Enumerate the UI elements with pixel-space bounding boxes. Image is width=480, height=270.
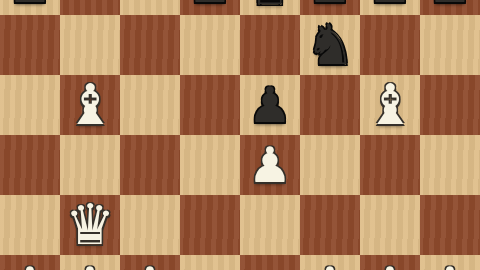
piece-white-pawn-e4[interactable]: ♟ [240, 135, 300, 195]
square-b6[interactable] [60, 15, 120, 75]
square-f2[interactable]: ♟ [300, 255, 360, 270]
square-b5[interactable]: ♝ [60, 75, 120, 135]
piece-white-queen-b3[interactable]: ♛ [60, 195, 120, 255]
piece-white-pawn-b2[interactable]: ♟ [60, 255, 120, 270]
square-a6[interactable] [0, 15, 60, 75]
square-h6[interactable] [420, 15, 480, 75]
square-g2[interactable]: ♟ [360, 255, 420, 270]
square-h4[interactable] [420, 135, 480, 195]
square-b7[interactable] [60, 0, 120, 15]
chess-board-viewport: ♟♟♛♟♟♟♞♝♟♝♟♛♟♟♟♟♟♟ [0, 0, 480, 270]
square-e2[interactable] [240, 255, 300, 270]
piece-white-pawn-c2[interactable]: ♟ [120, 255, 180, 270]
piece-white-pawn-h2[interactable]: ♟ [420, 255, 480, 270]
square-c6[interactable] [120, 15, 180, 75]
square-c4[interactable] [120, 135, 180, 195]
square-c2[interactable]: ♟ [120, 255, 180, 270]
square-h3[interactable] [420, 195, 480, 255]
square-e3[interactable] [240, 195, 300, 255]
square-f4[interactable] [300, 135, 360, 195]
piece-white-pawn-a2[interactable]: ♟ [0, 255, 60, 270]
piece-black-pawn-g7[interactable]: ♟ [360, 0, 420, 15]
square-g5[interactable]: ♝ [360, 75, 420, 135]
square-e7[interactable]: ♛ [240, 0, 300, 15]
piece-black-pawn-h7[interactable]: ♟ [420, 0, 480, 15]
square-h5[interactable] [420, 75, 480, 135]
square-d6[interactable] [180, 15, 240, 75]
square-g4[interactable] [360, 135, 420, 195]
square-a4[interactable] [0, 135, 60, 195]
square-d5[interactable] [180, 75, 240, 135]
square-h2[interactable]: ♟ [420, 255, 480, 270]
square-d7[interactable]: ♟ [180, 0, 240, 15]
square-a2[interactable]: ♟ [0, 255, 60, 270]
square-g7[interactable]: ♟ [360, 0, 420, 15]
square-e5[interactable]: ♟ [240, 75, 300, 135]
square-c5[interactable] [120, 75, 180, 135]
piece-black-queen-e7[interactable]: ♛ [240, 0, 300, 15]
square-b3[interactable]: ♛ [60, 195, 120, 255]
square-b2[interactable]: ♟ [60, 255, 120, 270]
piece-white-bishop-b5[interactable]: ♝ [60, 75, 120, 135]
square-d2[interactable] [180, 255, 240, 270]
chess-board: ♟♟♛♟♟♟♞♝♟♝♟♛♟♟♟♟♟♟ [0, 0, 480, 270]
piece-white-pawn-g2[interactable]: ♟ [360, 255, 420, 270]
square-a3[interactable] [0, 195, 60, 255]
piece-black-pawn-a7[interactable]: ♟ [0, 0, 60, 15]
square-h7[interactable]: ♟ [420, 0, 480, 15]
square-d3[interactable] [180, 195, 240, 255]
square-c3[interactable] [120, 195, 180, 255]
piece-black-pawn-e5[interactable]: ♟ [240, 75, 300, 135]
square-b4[interactable] [60, 135, 120, 195]
square-e6[interactable] [240, 15, 300, 75]
square-a7[interactable]: ♟ [0, 0, 60, 15]
piece-white-pawn-f2[interactable]: ♟ [300, 255, 360, 270]
piece-black-pawn-d7[interactable]: ♟ [180, 0, 240, 15]
piece-black-knight-f6[interactable]: ♞ [300, 15, 360, 75]
square-e4[interactable]: ♟ [240, 135, 300, 195]
square-f3[interactable] [300, 195, 360, 255]
square-d4[interactable] [180, 135, 240, 195]
square-g6[interactable] [360, 15, 420, 75]
square-f6[interactable]: ♞ [300, 15, 360, 75]
square-f5[interactable] [300, 75, 360, 135]
square-c7[interactable] [120, 0, 180, 15]
square-a5[interactable] [0, 75, 60, 135]
piece-white-bishop-g5[interactable]: ♝ [360, 75, 420, 135]
square-g3[interactable] [360, 195, 420, 255]
